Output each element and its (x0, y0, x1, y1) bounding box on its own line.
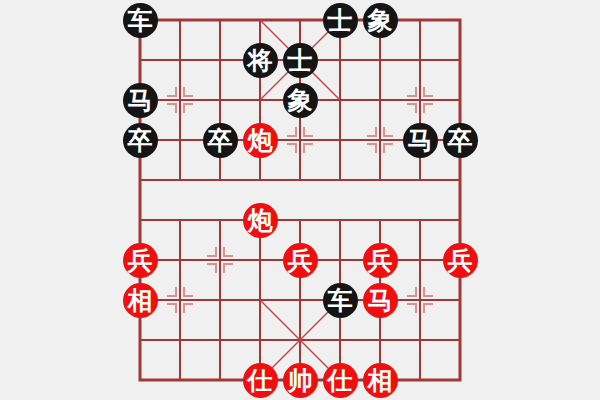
piece-red-general[interactable]: 帅 (283, 363, 318, 398)
piece-black-soldier[interactable]: 卒 (443, 123, 478, 158)
piece-black-advisor[interactable]: 士 (283, 43, 318, 78)
piece-black-advisor[interactable]: 士 (323, 3, 358, 38)
piece-red-advisor[interactable]: 仕 (323, 363, 358, 398)
piece-black-chariot[interactable]: 车 (323, 283, 358, 318)
piece-red-elephant[interactable]: 相 (363, 363, 398, 398)
piece-red-advisor[interactable]: 仕 (243, 363, 278, 398)
piece-black-chariot[interactable]: 车 (123, 3, 158, 38)
piece-black-general[interactable]: 将 (243, 43, 278, 78)
piece-black-elephant[interactable]: 象 (363, 3, 398, 38)
piece-black-horse[interactable]: 马 (123, 83, 158, 118)
piece-red-elephant[interactable]: 相 (123, 283, 158, 318)
piece-red-soldier[interactable]: 兵 (363, 243, 398, 278)
board-intersections: 车士象将士马象卒卒炮马卒炮兵兵兵兵相车马仕帅仕相 (120, 0, 480, 400)
piece-black-elephant[interactable]: 象 (283, 83, 318, 118)
piece-black-soldier[interactable]: 卒 (123, 123, 158, 158)
piece-red-soldier[interactable]: 兵 (283, 243, 318, 278)
piece-red-soldier[interactable]: 兵 (443, 243, 478, 278)
piece-red-horse[interactable]: 马 (363, 283, 398, 318)
xiangqi-board: 车士象将士马象卒卒炮马卒炮兵兵兵兵相车马仕帅仕相 (0, 0, 600, 400)
piece-red-cannon[interactable]: 炮 (243, 203, 278, 238)
piece-red-cannon[interactable]: 炮 (243, 123, 278, 158)
piece-black-soldier[interactable]: 卒 (203, 123, 238, 158)
piece-black-horse[interactable]: 马 (403, 123, 438, 158)
piece-red-soldier[interactable]: 兵 (123, 243, 158, 278)
